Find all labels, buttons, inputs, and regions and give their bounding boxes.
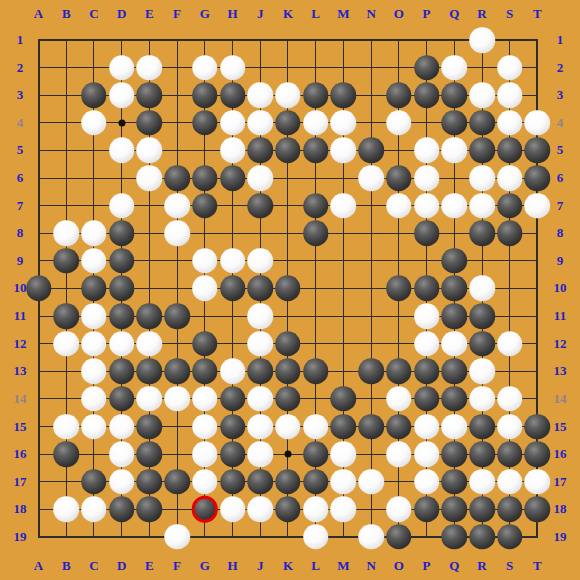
white-stone-P12 bbox=[414, 331, 440, 357]
column-label-top-R: R bbox=[468, 7, 496, 21]
black-stone-J13 bbox=[248, 359, 274, 385]
white-stone-D15 bbox=[109, 414, 135, 440]
column-label-bottom-B: B bbox=[52, 559, 80, 573]
white-stone-M7 bbox=[331, 193, 357, 219]
black-stone-M15 bbox=[331, 414, 357, 440]
black-stone-H3 bbox=[220, 82, 246, 108]
black-stone-D10 bbox=[109, 276, 135, 302]
row-label-right-1: 1 bbox=[546, 33, 574, 47]
white-stone-D16 bbox=[109, 441, 135, 467]
black-stone-R12 bbox=[469, 331, 495, 357]
black-stone-P13 bbox=[414, 359, 440, 385]
black-stone-K4 bbox=[275, 110, 301, 136]
black-stone-K17 bbox=[275, 469, 301, 495]
black-stone-E15 bbox=[137, 414, 163, 440]
black-stone-S5 bbox=[497, 138, 523, 164]
white-stone-Q2 bbox=[442, 55, 468, 81]
row-label-left-18: 18 bbox=[6, 502, 34, 516]
white-stone-D12 bbox=[109, 331, 135, 357]
white-stone-R6 bbox=[469, 165, 495, 191]
white-stone-R17 bbox=[469, 469, 495, 495]
black-stone-R8 bbox=[469, 221, 495, 247]
black-stone-M3 bbox=[331, 82, 357, 108]
black-stone-E16 bbox=[137, 441, 163, 467]
white-stone-E14 bbox=[137, 386, 163, 412]
black-stone-E17 bbox=[137, 469, 163, 495]
white-stone-D7 bbox=[109, 193, 135, 219]
white-stone-R1 bbox=[469, 27, 495, 53]
black-stone-F17 bbox=[164, 469, 190, 495]
white-stone-N19 bbox=[358, 524, 384, 550]
column-label-top-H: H bbox=[219, 7, 247, 21]
white-stone-L15 bbox=[303, 414, 329, 440]
column-label-bottom-D: D bbox=[108, 559, 136, 573]
white-stone-L4 bbox=[303, 110, 329, 136]
white-stone-Q7 bbox=[442, 193, 468, 219]
black-stone-Q17 bbox=[442, 469, 468, 495]
black-stone-Q4 bbox=[442, 110, 468, 136]
row-label-right-18: 18 bbox=[546, 502, 574, 516]
black-stone-D11 bbox=[109, 303, 135, 329]
black-stone-K5 bbox=[275, 138, 301, 164]
row-label-right-8: 8 bbox=[546, 226, 574, 240]
white-stone-G15 bbox=[192, 414, 218, 440]
white-stone-M16 bbox=[331, 441, 357, 467]
black-stone-N15 bbox=[358, 414, 384, 440]
black-stone-G7 bbox=[192, 193, 218, 219]
black-stone-E3 bbox=[137, 82, 163, 108]
black-stone-K14 bbox=[275, 386, 301, 412]
white-stone-B18 bbox=[53, 497, 79, 523]
column-label-bottom-N: N bbox=[357, 559, 385, 573]
black-stone-Q19 bbox=[442, 524, 468, 550]
white-stone-D2 bbox=[109, 55, 135, 81]
black-stone-E11 bbox=[137, 303, 163, 329]
black-stone-L5 bbox=[303, 138, 329, 164]
black-stone-L7 bbox=[303, 193, 329, 219]
black-stone-L3 bbox=[303, 82, 329, 108]
black-stone-J7 bbox=[248, 193, 274, 219]
white-stone-H2 bbox=[220, 55, 246, 81]
white-stone-Q5 bbox=[442, 138, 468, 164]
white-stone-S6 bbox=[497, 165, 523, 191]
white-stone-S4 bbox=[497, 110, 523, 136]
black-stone-H17 bbox=[220, 469, 246, 495]
white-stone-E12 bbox=[137, 331, 163, 357]
column-label-top-T: T bbox=[523, 7, 551, 21]
black-stone-K10 bbox=[275, 276, 301, 302]
black-stone-Q9 bbox=[442, 248, 468, 274]
black-stone-L16 bbox=[303, 441, 329, 467]
white-stone-D3 bbox=[109, 82, 135, 108]
black-stone-P18 bbox=[414, 497, 440, 523]
column-label-bottom-Q: Q bbox=[440, 559, 468, 573]
white-stone-J9 bbox=[248, 248, 274, 274]
black-stone-S19 bbox=[497, 524, 523, 550]
white-stone-F19 bbox=[164, 524, 190, 550]
white-stone-J18 bbox=[248, 497, 274, 523]
black-stone-H14 bbox=[220, 386, 246, 412]
white-stone-D17 bbox=[109, 469, 135, 495]
row-label-left-5: 5 bbox=[6, 143, 34, 157]
column-label-top-Q: Q bbox=[440, 7, 468, 21]
white-stone-R10 bbox=[469, 276, 495, 302]
go-board-app: AABBCCDDEEFFGGHHJJKKLLMMNNOOPPQQRRSSTT11… bbox=[0, 0, 580, 580]
row-label-right-9: 9 bbox=[546, 254, 574, 268]
black-stone-P10 bbox=[414, 276, 440, 302]
black-stone-J17 bbox=[248, 469, 274, 495]
column-label-top-J: J bbox=[246, 7, 274, 21]
row-label-right-13: 13 bbox=[546, 364, 574, 378]
white-stone-P5 bbox=[414, 138, 440, 164]
black-stone-S7 bbox=[497, 193, 523, 219]
white-stone-K3 bbox=[275, 82, 301, 108]
black-stone-N13 bbox=[358, 359, 384, 385]
row-label-right-2: 2 bbox=[546, 61, 574, 75]
black-stone-R15 bbox=[469, 414, 495, 440]
black-stone-L13 bbox=[303, 359, 329, 385]
white-stone-C12 bbox=[81, 331, 107, 357]
black-stone-J10 bbox=[248, 276, 274, 302]
black-stone-B16 bbox=[53, 441, 79, 467]
black-stone-D14 bbox=[109, 386, 135, 412]
column-label-top-L: L bbox=[302, 7, 330, 21]
black-stone-S8 bbox=[497, 221, 523, 247]
black-stone-P8 bbox=[414, 221, 440, 247]
black-stone-R18 bbox=[469, 497, 495, 523]
white-stone-J4 bbox=[248, 110, 274, 136]
black-stone-D18 bbox=[109, 497, 135, 523]
black-stone-H16 bbox=[220, 441, 246, 467]
black-stone-Q11 bbox=[442, 303, 468, 329]
white-stone-P17 bbox=[414, 469, 440, 495]
white-stone-C9 bbox=[81, 248, 107, 274]
white-stone-H5 bbox=[220, 138, 246, 164]
black-stone-R11 bbox=[469, 303, 495, 329]
white-stone-F8 bbox=[164, 221, 190, 247]
black-stone-G3 bbox=[192, 82, 218, 108]
black-stone-H6 bbox=[220, 165, 246, 191]
black-stone-D9 bbox=[109, 248, 135, 274]
black-stone-D13 bbox=[109, 359, 135, 385]
white-stone-E2 bbox=[137, 55, 163, 81]
white-stone-S15 bbox=[497, 414, 523, 440]
white-stone-S2 bbox=[497, 55, 523, 81]
white-stone-G14 bbox=[192, 386, 218, 412]
white-stone-O18 bbox=[386, 497, 412, 523]
row-label-right-3: 3 bbox=[546, 88, 574, 102]
black-stone-Q3 bbox=[442, 82, 468, 108]
column-label-top-K: K bbox=[274, 7, 302, 21]
black-stone-Q16 bbox=[442, 441, 468, 467]
black-stone-B9 bbox=[53, 248, 79, 274]
white-stone-O16 bbox=[386, 441, 412, 467]
black-stone-R16 bbox=[469, 441, 495, 467]
white-stone-C11 bbox=[81, 303, 107, 329]
column-label-bottom-P: P bbox=[413, 559, 441, 573]
black-stone-Q14 bbox=[442, 386, 468, 412]
black-stone-O15 bbox=[386, 414, 412, 440]
row-label-right-5: 5 bbox=[546, 143, 574, 157]
row-label-right-19: 19 bbox=[546, 530, 574, 544]
column-label-bottom-S: S bbox=[496, 559, 524, 573]
row-label-left-1: 1 bbox=[6, 33, 34, 47]
star-point-K16 bbox=[284, 451, 291, 458]
white-stone-C8 bbox=[81, 221, 107, 247]
white-stone-D5 bbox=[109, 138, 135, 164]
white-stone-O4 bbox=[386, 110, 412, 136]
black-stone-K12 bbox=[275, 331, 301, 357]
black-stone-C10 bbox=[81, 276, 107, 302]
column-label-top-A: A bbox=[25, 7, 53, 21]
black-stone-B11 bbox=[53, 303, 79, 329]
row-label-right-12: 12 bbox=[546, 337, 574, 351]
row-label-right-7: 7 bbox=[546, 199, 574, 213]
white-stone-S14 bbox=[497, 386, 523, 412]
row-label-left-15: 15 bbox=[6, 420, 34, 434]
white-stone-Q12 bbox=[442, 331, 468, 357]
row-label-left-17: 17 bbox=[6, 475, 34, 489]
row-label-left-13: 13 bbox=[6, 364, 34, 378]
black-stone-K18 bbox=[275, 497, 301, 523]
column-label-bottom-M: M bbox=[329, 559, 357, 573]
white-stone-P16 bbox=[414, 441, 440, 467]
white-stone-F7 bbox=[164, 193, 190, 219]
black-stone-J5 bbox=[248, 138, 274, 164]
last-move-marker bbox=[192, 496, 219, 523]
white-stone-N6 bbox=[358, 165, 384, 191]
column-label-top-S: S bbox=[496, 7, 524, 21]
black-stone-S16 bbox=[497, 441, 523, 467]
white-stone-Q15 bbox=[442, 414, 468, 440]
black-stone-O19 bbox=[386, 524, 412, 550]
star-point-D4 bbox=[118, 119, 125, 126]
white-stone-C4 bbox=[81, 110, 107, 136]
black-stone-G12 bbox=[192, 331, 218, 357]
white-stone-J12 bbox=[248, 331, 274, 357]
white-stone-O7 bbox=[386, 193, 412, 219]
row-label-left-19: 19 bbox=[6, 530, 34, 544]
column-label-bottom-O: O bbox=[385, 559, 413, 573]
white-stone-J3 bbox=[248, 82, 274, 108]
row-label-right-11: 11 bbox=[546, 309, 574, 323]
column-label-top-D: D bbox=[108, 7, 136, 21]
black-stone-C3 bbox=[81, 82, 107, 108]
black-stone-K13 bbox=[275, 359, 301, 385]
white-stone-J16 bbox=[248, 441, 274, 467]
white-stone-J14 bbox=[248, 386, 274, 412]
column-label-bottom-C: C bbox=[80, 559, 108, 573]
black-stone-G6 bbox=[192, 165, 218, 191]
white-stone-G9 bbox=[192, 248, 218, 274]
black-stone-Q10 bbox=[442, 276, 468, 302]
white-stone-R13 bbox=[469, 359, 495, 385]
white-stone-O14 bbox=[386, 386, 412, 412]
column-label-bottom-R: R bbox=[468, 559, 496, 573]
black-stone-G13 bbox=[192, 359, 218, 385]
row-label-right-4: 4 bbox=[546, 116, 574, 130]
white-stone-H9 bbox=[220, 248, 246, 274]
black-stone-P14 bbox=[414, 386, 440, 412]
white-stone-P7 bbox=[414, 193, 440, 219]
row-label-left-7: 7 bbox=[6, 199, 34, 213]
column-label-bottom-E: E bbox=[135, 559, 163, 573]
white-stone-B15 bbox=[53, 414, 79, 440]
white-stone-N17 bbox=[358, 469, 384, 495]
white-stone-J11 bbox=[248, 303, 274, 329]
column-label-top-O: O bbox=[385, 7, 413, 21]
row-label-right-16: 16 bbox=[546, 447, 574, 461]
black-stone-F13 bbox=[164, 359, 190, 385]
black-stone-C17 bbox=[81, 469, 107, 495]
white-stone-S12 bbox=[497, 331, 523, 357]
white-stone-R14 bbox=[469, 386, 495, 412]
white-stone-K15 bbox=[275, 414, 301, 440]
black-stone-E18 bbox=[137, 497, 163, 523]
black-stone-Q13 bbox=[442, 359, 468, 385]
column-label-top-B: B bbox=[52, 7, 80, 21]
row-label-right-15: 15 bbox=[546, 420, 574, 434]
white-stone-M4 bbox=[331, 110, 357, 136]
white-stone-B8 bbox=[53, 221, 79, 247]
black-stone-G4 bbox=[192, 110, 218, 136]
column-label-top-E: E bbox=[135, 7, 163, 21]
black-stone-Q18 bbox=[442, 497, 468, 523]
black-stone-D8 bbox=[109, 221, 135, 247]
white-stone-L19 bbox=[303, 524, 329, 550]
column-label-top-C: C bbox=[80, 7, 108, 21]
black-stone-O3 bbox=[386, 82, 412, 108]
white-stone-C13 bbox=[81, 359, 107, 385]
white-stone-M17 bbox=[331, 469, 357, 495]
white-stone-J6 bbox=[248, 165, 274, 191]
black-stone-M14 bbox=[331, 386, 357, 412]
white-stone-P6 bbox=[414, 165, 440, 191]
white-stone-E6 bbox=[137, 165, 163, 191]
row-label-left-16: 16 bbox=[6, 447, 34, 461]
white-stone-H13 bbox=[220, 359, 246, 385]
white-stone-L18 bbox=[303, 497, 329, 523]
white-stone-R7 bbox=[469, 193, 495, 219]
black-stone-S18 bbox=[497, 497, 523, 523]
white-stone-M18 bbox=[331, 497, 357, 523]
black-stone-O10 bbox=[386, 276, 412, 302]
column-label-top-F: F bbox=[163, 7, 191, 21]
column-label-bottom-F: F bbox=[163, 559, 191, 573]
white-stone-G2 bbox=[192, 55, 218, 81]
black-stone-L8 bbox=[303, 221, 329, 247]
black-stone-H10 bbox=[220, 276, 246, 302]
white-stone-C14 bbox=[81, 386, 107, 412]
row-label-left-9: 9 bbox=[6, 254, 34, 268]
white-stone-P11 bbox=[414, 303, 440, 329]
row-label-left-8: 8 bbox=[6, 226, 34, 240]
white-stone-C18 bbox=[81, 497, 107, 523]
white-stone-P15 bbox=[414, 414, 440, 440]
column-label-bottom-G: G bbox=[191, 559, 219, 573]
black-stone-O6 bbox=[386, 165, 412, 191]
white-stone-C15 bbox=[81, 414, 107, 440]
column-label-top-G: G bbox=[191, 7, 219, 21]
white-stone-H18 bbox=[220, 497, 246, 523]
white-stone-G16 bbox=[192, 441, 218, 467]
column-label-bottom-J: J bbox=[246, 559, 274, 573]
black-stone-P2 bbox=[414, 55, 440, 81]
column-label-bottom-H: H bbox=[219, 559, 247, 573]
black-stone-O13 bbox=[386, 359, 412, 385]
black-stone-N5 bbox=[358, 138, 384, 164]
row-label-left-2: 2 bbox=[6, 61, 34, 75]
row-label-right-10: 10 bbox=[546, 281, 574, 295]
row-label-left-3: 3 bbox=[6, 88, 34, 102]
row-label-left-6: 6 bbox=[6, 171, 34, 185]
column-label-top-M: M bbox=[329, 7, 357, 21]
white-stone-J15 bbox=[248, 414, 274, 440]
row-label-left-12: 12 bbox=[6, 337, 34, 351]
row-label-right-14: 14 bbox=[546, 392, 574, 406]
black-stone-E4 bbox=[137, 110, 163, 136]
white-stone-B12 bbox=[53, 331, 79, 357]
black-stone-R5 bbox=[469, 138, 495, 164]
white-stone-S17 bbox=[497, 469, 523, 495]
black-stone-L17 bbox=[303, 469, 329, 495]
row-label-left-10: 10 bbox=[6, 281, 34, 295]
white-stone-F14 bbox=[164, 386, 190, 412]
column-label-bottom-T: T bbox=[523, 559, 551, 573]
white-stone-R3 bbox=[469, 82, 495, 108]
black-stone-P3 bbox=[414, 82, 440, 108]
row-label-left-4: 4 bbox=[6, 116, 34, 130]
row-label-right-6: 6 bbox=[546, 171, 574, 185]
white-stone-G17 bbox=[192, 469, 218, 495]
row-label-left-11: 11 bbox=[6, 309, 34, 323]
black-stone-R4 bbox=[469, 110, 495, 136]
column-label-bottom-A: A bbox=[25, 559, 53, 573]
white-stone-G10 bbox=[192, 276, 218, 302]
column-label-bottom-L: L bbox=[302, 559, 330, 573]
black-stone-H15 bbox=[220, 414, 246, 440]
row-label-left-14: 14 bbox=[6, 392, 34, 406]
row-label-right-17: 17 bbox=[546, 475, 574, 489]
white-stone-S3 bbox=[497, 82, 523, 108]
column-label-top-P: P bbox=[413, 7, 441, 21]
white-stone-E5 bbox=[137, 138, 163, 164]
black-stone-F6 bbox=[164, 165, 190, 191]
black-stone-E13 bbox=[137, 359, 163, 385]
black-stone-F11 bbox=[164, 303, 190, 329]
column-label-top-N: N bbox=[357, 7, 385, 21]
black-stone-R19 bbox=[469, 524, 495, 550]
white-stone-M5 bbox=[331, 138, 357, 164]
white-stone-H4 bbox=[220, 110, 246, 136]
column-label-bottom-K: K bbox=[274, 559, 302, 573]
